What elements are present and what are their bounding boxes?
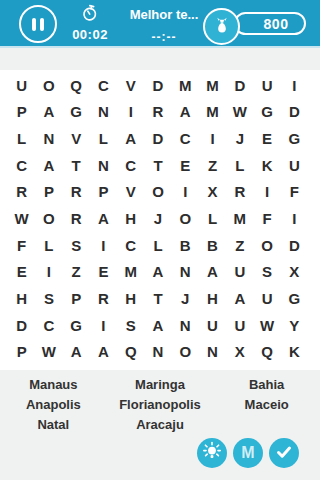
grid-cell[interactable]: L [35,232,62,259]
elapsed-timer: 00:02 [65,3,115,42]
grid-cell[interactable]: Z [63,258,90,285]
word-list: ManausMaringaBahiaAnapolisFlorianopolisM… [0,374,320,434]
grid-cell[interactable]: A [226,285,253,312]
grid-cell[interactable]: D [144,125,171,152]
grid-cell[interactable]: E [253,125,280,152]
grid-cell[interactable]: N [90,152,117,179]
grid-cell[interactable]: O [35,205,62,232]
game-screen: 00:02 Melhor te... --:-- 800 [0,0,320,480]
grid-cell[interactable]: D [226,72,253,99]
grid-cell[interactable]: R [90,285,117,312]
grid-cell[interactable]: I [90,312,117,339]
grid-cell[interactable]: D [144,72,171,99]
grid-cell[interactable]: D [281,99,308,126]
grid-cell[interactable]: U [199,312,226,339]
grid-cell[interactable]: N [90,99,117,126]
action-bar: M [197,438,299,468]
grid-cell[interactable]: Z [199,152,226,179]
grid-cell[interactable]: N [172,258,199,285]
grid-cell[interactable]: F [8,232,35,259]
grid-cell[interactable]: U [253,285,280,312]
grid-cell[interactable]: X [199,179,226,206]
grid-cell[interactable]: O [35,72,62,99]
grid-cell[interactable]: R [226,179,253,206]
grid-cell[interactable]: R [63,205,90,232]
grid-cell[interactable]: W [253,312,280,339]
grid-cell[interactable]: H [8,285,35,312]
grid-cell[interactable]: T [144,152,171,179]
grid-cell[interactable]: M [199,72,226,99]
word-item: Aracaju [107,414,214,434]
grid-cell[interactable]: A [144,312,171,339]
grid-cell[interactable]: E [90,258,117,285]
grid-cell[interactable]: Z [226,232,253,259]
grid-cell[interactable]: W [226,99,253,126]
word-item: Anapolis [0,394,107,414]
check-icon [273,441,295,466]
pause-button[interactable] [19,5,57,43]
grid-cell[interactable]: F [253,205,280,232]
letter-grid[interactable]: UOQCVDMMDUIPAGNIRAMWGDLNVLADCIJEGCATNCTE… [8,72,308,365]
grid-cell[interactable]: L [226,152,253,179]
grid-cell[interactable]: A [63,338,90,365]
grid-cell[interactable]: S [63,232,90,259]
grid-cell[interactable]: A [172,99,199,126]
grid-cell[interactable]: N [35,125,62,152]
grid-cell[interactable]: O [144,179,171,206]
grid-cell[interactable]: O [172,205,199,232]
grid-cell[interactable]: U [8,72,35,99]
grid-cell[interactable]: I [172,179,199,206]
grid-cell[interactable]: N [172,312,199,339]
elapsed-time-value: 00:02 [65,27,115,42]
grid-cell[interactable]: G [63,99,90,126]
grid-cell[interactable]: A [199,258,226,285]
grid-cell[interactable]: K [253,152,280,179]
grid-cell[interactable]: Y [281,312,308,339]
grid-cell[interactable]: A [35,99,62,126]
grid-cell[interactable]: I [90,232,117,259]
grid-cell[interactable]: G [63,312,90,339]
grid-cell[interactable]: C [8,152,35,179]
grid-cell[interactable]: D [8,312,35,339]
grid-cell[interactable]: S [117,312,144,339]
moneybag-icon [212,15,232,39]
grid-cell[interactable]: J [144,205,171,232]
grid-cell[interactable]: I [281,72,308,99]
grid-cell[interactable]: U [281,152,308,179]
grid-cell[interactable]: X [226,338,253,365]
grid-cell[interactable]: A [90,338,117,365]
coins-pill[interactable]: 800 [234,12,306,35]
game-header: 00:02 Melhor te... --:-- 800 [0,0,320,48]
grid-cell[interactable]: Q [117,338,144,365]
grid-cell[interactable]: P [63,285,90,312]
best-time-label: Melhor te... [124,7,204,22]
grid-cell[interactable]: O [172,338,199,365]
grid-cell[interactable]: B [172,232,199,259]
grid-cell[interactable]: G [253,99,280,126]
grid-cell[interactable]: H [117,285,144,312]
grid-cell[interactable]: P [8,99,35,126]
m-button[interactable]: M [233,438,263,468]
grid-cell[interactable]: I [199,125,226,152]
grid-cell[interactable]: F [281,179,308,206]
grid-cell[interactable]: E [8,258,35,285]
confirm-button[interactable] [269,438,299,468]
grid-cell[interactable]: M [117,258,144,285]
grid-cell[interactable]: I [281,205,308,232]
grid-cell[interactable]: N [199,338,226,365]
grid-cell[interactable]: E [172,152,199,179]
grid-cell[interactable]: X [281,258,308,285]
grid-cell[interactable]: A [35,152,62,179]
grid-cell[interactable]: I [253,179,280,206]
pause-icon [32,18,44,31]
stopwatch-icon [80,9,100,26]
grid-cell[interactable]: V [117,72,144,99]
grid-cell[interactable]: W [35,338,62,365]
grid-cell[interactable]: P [35,179,62,206]
grid-cell[interactable]: W [8,205,35,232]
word-item: Manaus [0,374,107,394]
grid-cell[interactable]: B [199,232,226,259]
grid-cell[interactable]: H [199,285,226,312]
grid-cell[interactable]: T [144,285,171,312]
grid-cell[interactable]: J [172,285,199,312]
grid-cell[interactable]: H [117,205,144,232]
grid-cell[interactable]: J [226,125,253,152]
grid-cell[interactable]: I [35,258,62,285]
grid-cell[interactable]: R [144,99,171,126]
grid-cell[interactable]: L [8,125,35,152]
grid-cell[interactable]: G [281,125,308,152]
grid-cell[interactable]: L [144,232,171,259]
grid-cell[interactable]: A [117,125,144,152]
grid-cell[interactable]: S [253,258,280,285]
grid-cell[interactable]: C [35,312,62,339]
grid-cell[interactable]: I [117,99,144,126]
grid-cell[interactable]: C [117,152,144,179]
grid-cell[interactable]: C [117,232,144,259]
grid-cell[interactable]: D [281,232,308,259]
grid-cell[interactable]: A [144,258,171,285]
grid-cell[interactable]: V [117,179,144,206]
grid-cell[interactable]: L [199,205,226,232]
grid-cell[interactable]: U [253,72,280,99]
coins-button[interactable] [203,8,240,45]
grid-cell[interactable]: Q [253,338,280,365]
grid-cell[interactable]: S [35,285,62,312]
grid-cell[interactable]: U [226,312,253,339]
word-item: Natal [0,414,107,434]
grid-cell[interactable]: P [90,179,117,206]
hint-button[interactable] [197,438,227,468]
grid-cell[interactable]: N [144,338,171,365]
grid-cell[interactable]: L [90,125,117,152]
grid-cell[interactable]: K [281,338,308,365]
best-time-value: --:-- [124,30,204,44]
word-item: Bahia [213,374,320,394]
grid-cell[interactable]: A [90,205,117,232]
grid-cell[interactable]: C [90,72,117,99]
grid-cell[interactable]: V [63,125,90,152]
word-item: Maceio [213,394,320,414]
grid-cell[interactable]: R [8,179,35,206]
grid-cell[interactable]: U [226,258,253,285]
letter-m-icon: M [241,438,254,468]
grid-cell[interactable]: C [172,125,199,152]
grid-cell[interactable]: T [63,152,90,179]
word-item: Florianopolis [107,394,214,414]
bulb-icon [201,441,223,466]
grid-cell[interactable]: G [281,285,308,312]
grid-cell[interactable]: R [63,179,90,206]
coins-value: 800 [252,16,289,32]
word-item: Maringa [107,374,214,394]
grid-cell[interactable]: O [253,232,280,259]
grid-cell[interactable]: P [8,338,35,365]
best-time: Melhor te... --:-- [124,7,204,44]
grid-cell[interactable]: M [199,99,226,126]
grid-cell[interactable]: M [226,205,253,232]
grid-cell[interactable]: Q [63,72,90,99]
grid-cell[interactable]: M [172,72,199,99]
